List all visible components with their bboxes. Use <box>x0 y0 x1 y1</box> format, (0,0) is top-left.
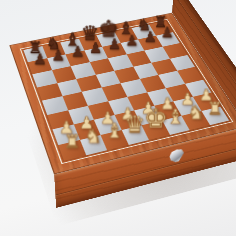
clasp-latch-icon <box>168 147 185 165</box>
dark-pawn-icon: ♟ <box>15 53 63 68</box>
chess-set-photo: ♜♞♝♛♚♝♞♜♟♟♟♟♟♟♟♟♟♟♟♟♟♟♟♟♜♞♝♛♚♝♞♜ <box>0 0 236 236</box>
wooden-chess-box: ♜♞♝♛♚♝♞♜♟♟♟♟♟♟♟♟♟♟♟♟♟♟♟♟♜♞♝♛♚♝♞♜ <box>12 44 236 208</box>
piece-light-rook-a1: ♜ <box>72 150 73 151</box>
light-rook-icon: ♜ <box>44 134 99 152</box>
piece-dark-pawn-a7: ♟ <box>40 66 41 67</box>
